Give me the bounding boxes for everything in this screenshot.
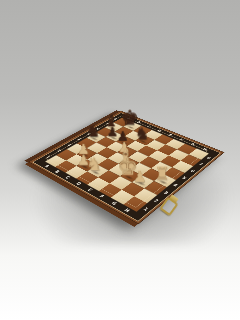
scene: ABCDEFGH8♚87♝♞76♟♟65♞♟54♝♜43♟♚♟32♟♞211AB… — [0, 0, 240, 320]
product-photo: ABCDEFGH8♚87♝♞76♟♟65♞♟54♝♜43♟♚♟32♟♞211AB… — [0, 0, 240, 320]
board-grid[interactable]: ABCDEFGH8♚87♝♞76♟♟65♞♟54♝♜43♟♚♟32♟♞211AB… — [32, 113, 220, 222]
piece-white-pawn[interactable]: ♟ — [133, 169, 147, 184]
piece-white-knight[interactable]: ♞ — [86, 155, 102, 173]
board-wood-frame: ABCDEFGH8♚87♝♞76♟♟65♞♟54♝♜43♟♚♟32♟♞211AB… — [28, 111, 224, 225]
piece-black-knight[interactable]: ♞ — [86, 123, 101, 139]
piece-black-knight[interactable]: ♞ — [135, 126, 150, 143]
piece-white-rook[interactable]: ♜ — [154, 165, 170, 183]
chess-board: ABCDEFGH8♚87♝♞76♟♟65♞♟54♝♜43♟♚♟32♟♞211AB… — [28, 111, 224, 225]
